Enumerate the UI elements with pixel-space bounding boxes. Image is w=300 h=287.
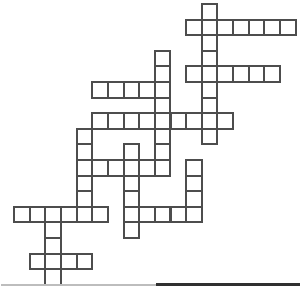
crossword-cell — [154, 159, 172, 177]
baseline-shadow-left — [1, 284, 157, 286]
crossword-cell — [185, 206, 203, 224]
crossword-cell — [279, 19, 297, 37]
crossword-cell — [91, 206, 109, 224]
crossword-cell — [263, 65, 281, 83]
baseline-shadow-right — [156, 283, 300, 286]
crossword-cell — [44, 268, 62, 286]
crossword-board — [0, 0, 300, 287]
crossword-cell — [201, 128, 219, 146]
crossword-cell — [216, 112, 234, 130]
crossword-clipart — [0, 0, 300, 287]
crossword-cell — [123, 221, 141, 239]
crossword-cell — [76, 253, 94, 271]
